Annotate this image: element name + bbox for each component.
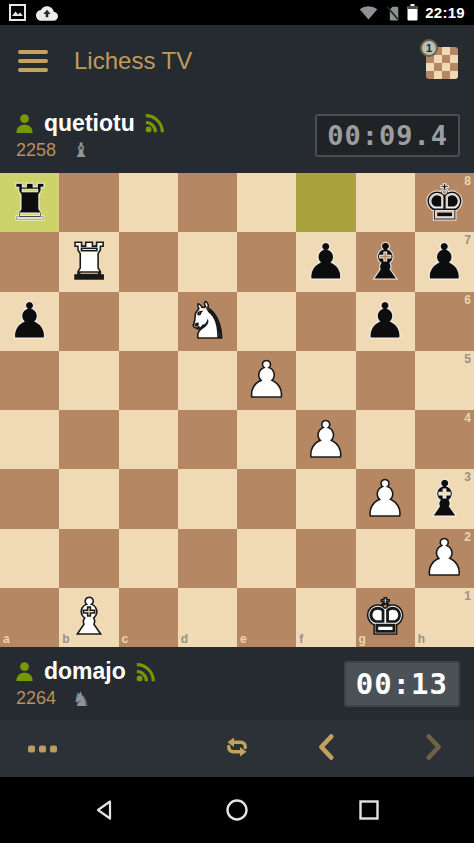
square-a6[interactable]: ♟ xyxy=(0,292,59,351)
square-a5[interactable] xyxy=(0,351,59,410)
broadcast-icon xyxy=(135,661,157,683)
nav-back-button[interactable] xyxy=(92,797,119,824)
square-f1[interactable]: f xyxy=(296,588,355,647)
player-name-top[interactable]: quetiotu xyxy=(44,110,135,137)
square-g4[interactable] xyxy=(356,410,415,469)
square-f7[interactable]: ♟ xyxy=(296,232,355,291)
file-label: c xyxy=(122,633,129,645)
square-f4[interactable]: ♟ xyxy=(296,410,355,469)
previous-move-button[interactable] xyxy=(314,733,338,765)
square-g2[interactable] xyxy=(356,529,415,588)
nav-recents-button[interactable] xyxy=(356,797,383,824)
tv-channels-button[interactable]: 1 xyxy=(420,39,458,79)
rank-label: 1 xyxy=(464,590,471,602)
square-b7[interactable]: ♜ xyxy=(59,232,118,291)
person-icon xyxy=(14,113,35,134)
square-b3[interactable] xyxy=(59,469,118,528)
flip-board-icon xyxy=(222,732,252,762)
file-label: h xyxy=(418,633,425,645)
player-bar-top: quetiotu 2258 ♝ 00:09.4 xyxy=(0,97,474,173)
file-label: d xyxy=(181,633,188,645)
square-b6[interactable] xyxy=(59,292,118,351)
white-knight[interactable]: ♞ xyxy=(185,296,230,346)
square-g3[interactable]: ♟ xyxy=(356,469,415,528)
battery-icon xyxy=(407,4,418,21)
white-pawn[interactable]: ♟ xyxy=(363,474,408,524)
android-status-bar: 22:19 xyxy=(0,0,474,25)
white-rook[interactable]: ♜ xyxy=(66,237,111,287)
square-a1[interactable]: a xyxy=(0,588,59,647)
black-king[interactable]: ♚ xyxy=(422,178,467,228)
square-a2[interactable] xyxy=(0,529,59,588)
square-c5[interactable] xyxy=(119,351,178,410)
status-time: 22:19 xyxy=(425,4,465,21)
white-king[interactable]: ♚ xyxy=(363,592,408,642)
clock-top: 00:09.4 xyxy=(315,114,460,157)
square-c1[interactable]: c xyxy=(119,588,178,647)
square-b4[interactable] xyxy=(59,410,118,469)
square-d7[interactable] xyxy=(178,232,237,291)
file-label: e xyxy=(240,633,247,645)
white-pawn[interactable]: ♟ xyxy=(303,415,348,465)
screenshot-icon xyxy=(9,4,26,21)
square-c8[interactable] xyxy=(119,173,178,232)
clock-bottom: 00:13 xyxy=(344,661,460,707)
chess-board[interactable]: ♜♚8♜♟♝♟7♟♞♟6♟5♟4♟♝3♟2a♝bcdef♚g1h xyxy=(0,173,474,647)
player-bar-bottom: domajo 2264 ♞ 00:13 xyxy=(0,647,474,720)
square-e7[interactable] xyxy=(237,232,296,291)
square-c3[interactable] xyxy=(119,469,178,528)
square-f2[interactable] xyxy=(296,529,355,588)
nav-home-button[interactable] xyxy=(224,797,251,824)
person-icon xyxy=(14,661,35,682)
rank-label: 2 xyxy=(464,531,471,543)
square-a8[interactable]: ♜ xyxy=(0,173,59,232)
android-nav-bar xyxy=(0,777,474,843)
square-h4[interactable]: 4 xyxy=(415,410,474,469)
square-f5[interactable] xyxy=(296,351,355,410)
square-e6[interactable] xyxy=(237,292,296,351)
tv-games-badge: 1 xyxy=(420,39,438,57)
square-h3[interactable]: ♝3 xyxy=(415,469,474,528)
back-icon xyxy=(93,798,117,822)
file-label: f xyxy=(299,633,303,645)
white-pawn[interactable]: ♟ xyxy=(422,533,467,583)
no-sim-icon xyxy=(385,5,400,21)
game-toolbar xyxy=(0,720,474,777)
broadcast-icon xyxy=(144,112,166,134)
square-d1[interactable]: d xyxy=(178,588,237,647)
square-a4[interactable] xyxy=(0,410,59,469)
square-g6[interactable]: ♟ xyxy=(356,292,415,351)
square-h6[interactable]: 6 xyxy=(415,292,474,351)
square-b2[interactable] xyxy=(59,529,118,588)
rank-label: 3 xyxy=(464,471,471,483)
square-d3[interactable] xyxy=(178,469,237,528)
square-d2[interactable] xyxy=(178,529,237,588)
black-pawn[interactable]: ♟ xyxy=(7,296,52,346)
square-e2[interactable] xyxy=(237,529,296,588)
bishop-icon: ♝ xyxy=(72,140,90,160)
square-b5[interactable] xyxy=(59,351,118,410)
cloud-upload-icon xyxy=(36,5,58,21)
square-d8[interactable] xyxy=(178,173,237,232)
square-a3[interactable] xyxy=(0,469,59,528)
square-h5[interactable]: 5 xyxy=(415,351,474,410)
square-d5[interactable] xyxy=(178,351,237,410)
player-rating-bottom: 2264 xyxy=(16,688,56,709)
square-e3[interactable] xyxy=(237,469,296,528)
square-d6[interactable]: ♞ xyxy=(178,292,237,351)
white-pawn[interactable]: ♟ xyxy=(244,355,289,405)
black-pawn[interactable]: ♟ xyxy=(303,237,348,287)
recents-icon xyxy=(357,798,381,822)
rank-label: 4 xyxy=(464,412,471,424)
square-h7[interactable]: ♟7 xyxy=(415,232,474,291)
square-b8[interactable] xyxy=(59,173,118,232)
next-move-button[interactable] xyxy=(422,733,446,765)
page-title: Lichess TV xyxy=(74,47,192,75)
black-bishop[interactable]: ♝ xyxy=(363,237,408,287)
rank-label: 5 xyxy=(464,353,471,365)
square-h2[interactable]: ♟2 xyxy=(415,529,474,588)
file-label: g xyxy=(359,633,366,645)
square-g8[interactable] xyxy=(356,173,415,232)
more-options-button[interactable] xyxy=(28,745,57,752)
chevron-right-icon xyxy=(422,733,446,761)
rank-label: 7 xyxy=(464,234,471,246)
wifi-icon xyxy=(359,5,378,20)
chevron-left-icon xyxy=(314,733,338,761)
square-g7[interactable]: ♝ xyxy=(356,232,415,291)
square-e8[interactable] xyxy=(237,173,296,232)
home-icon xyxy=(225,798,249,822)
square-g5[interactable] xyxy=(356,351,415,410)
black-rook[interactable]: ♜ xyxy=(7,178,52,228)
square-d4[interactable] xyxy=(178,410,237,469)
square-a7[interactable] xyxy=(0,232,59,291)
square-f6[interactable] xyxy=(296,292,355,351)
knight-icon: ♞ xyxy=(72,689,90,709)
player-rating-top: 2258 xyxy=(16,140,56,161)
square-b1[interactable]: ♝b xyxy=(59,588,118,647)
rank-label: 6 xyxy=(464,294,471,306)
black-bishop[interactable]: ♝ xyxy=(422,474,467,524)
file-label: a xyxy=(3,633,10,645)
square-f3[interactable] xyxy=(296,469,355,528)
flip-board-button[interactable] xyxy=(222,732,252,766)
white-bishop[interactable]: ♝ xyxy=(66,592,111,642)
file-label: b xyxy=(62,633,69,645)
app-header: Lichess TV 1 xyxy=(0,25,474,97)
square-f8[interactable] xyxy=(296,173,355,232)
black-pawn[interactable]: ♟ xyxy=(363,296,408,346)
hamburger-menu-icon[interactable] xyxy=(18,50,48,72)
square-e5[interactable]: ♟ xyxy=(237,351,296,410)
player-name-bottom[interactable]: domajo xyxy=(44,658,126,685)
square-c6[interactable] xyxy=(119,292,178,351)
square-e1[interactable]: e xyxy=(237,588,296,647)
square-c2[interactable] xyxy=(119,529,178,588)
square-h1[interactable]: 1h xyxy=(415,588,474,647)
lichess-tv-screen: 22:19 Lichess TV 1 quetiotu 2258 xyxy=(0,0,474,843)
square-h8[interactable]: ♚8 xyxy=(415,173,474,232)
square-g1[interactable]: ♚g xyxy=(356,588,415,647)
black-pawn[interactable]: ♟ xyxy=(422,237,467,287)
square-e4[interactable] xyxy=(237,410,296,469)
square-c7[interactable] xyxy=(119,232,178,291)
rank-label: 8 xyxy=(464,175,471,187)
square-c4[interactable] xyxy=(119,410,178,469)
